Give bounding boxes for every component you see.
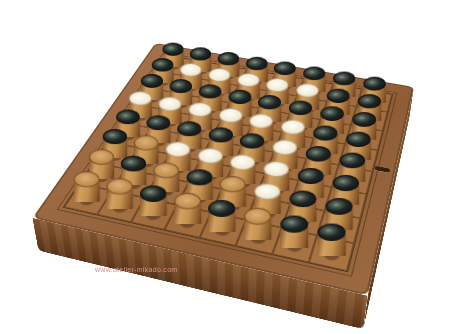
peg-white-top: [180, 63, 202, 77]
peg-black-top: [246, 57, 268, 71]
peg-black-top: [317, 224, 345, 241]
peg-black-top: [147, 115, 171, 130]
peg-black-top: [327, 88, 350, 102]
peg-black[interactable]: [209, 200, 236, 230]
peg-black-top: [186, 170, 212, 186]
peg-white-top: [264, 161, 290, 177]
peg-natural-top: [134, 135, 159, 150]
square-a8[interactable]: [64, 184, 112, 215]
peg-natural[interactable]: [244, 208, 271, 239]
peg-black-top: [339, 152, 364, 168]
product-photo-scene: [0, 0, 467, 334]
square-b8[interactable]: [97, 191, 144, 222]
peg-white-top: [158, 97, 181, 111]
peg-black-top: [289, 191, 316, 208]
peg-white-top: [198, 148, 223, 164]
peg-black-top: [218, 52, 239, 65]
peg-natural-top: [153, 163, 179, 179]
peg-black-top: [358, 94, 381, 108]
peg-white-top: [230, 154, 255, 170]
othello-board-3d: [32, 43, 414, 296]
square-d8[interactable]: [165, 205, 212, 238]
peg-black-top: [199, 85, 222, 99]
peg-natural[interactable]: [174, 193, 201, 223]
peg-black-top: [346, 132, 370, 147]
peg-black-top: [228, 90, 251, 104]
peg-black-top: [313, 126, 337, 141]
peg-white-top: [273, 140, 298, 155]
peg-natural[interactable]: [74, 171, 100, 200]
peg-black-top: [303, 66, 325, 80]
peg-white-top: [208, 68, 230, 82]
peg-black-top: [333, 175, 359, 191]
peg-white-top: [166, 141, 191, 157]
peg-black-top: [306, 146, 331, 162]
peg-white-top: [237, 73, 259, 87]
peg-white-top: [296, 83, 319, 97]
peg-black-top: [333, 71, 355, 85]
peg-natural-top: [174, 193, 201, 210]
peg-black-top: [352, 112, 376, 127]
peg-natural[interactable]: [107, 178, 133, 208]
peg-white-top: [267, 78, 289, 92]
peg-black-top: [209, 127, 233, 142]
peg-white-top: [188, 102, 211, 117]
peg-black-top: [298, 168, 324, 184]
peg-black-top: [140, 186, 167, 203]
peg-black[interactable]: [140, 186, 167, 216]
peg-white-top: [219, 108, 243, 123]
peg-black-top: [325, 198, 352, 215]
peg-black-top: [363, 77, 385, 91]
watermark-text: www.atelier-mikado.com: [95, 266, 177, 273]
peg-black-top: [320, 106, 344, 121]
handle-notch: [374, 166, 390, 173]
peg-black-top: [190, 47, 211, 60]
peg-black-top: [280, 216, 308, 233]
peg-black-top: [177, 121, 201, 136]
peg-black[interactable]: [317, 224, 345, 255]
peg-black[interactable]: [280, 216, 308, 247]
